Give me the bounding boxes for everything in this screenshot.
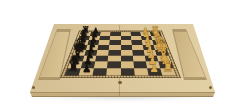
white-rook[interactable]: ♜ xyxy=(162,60,174,73)
white-pawn[interactable]: ♟ xyxy=(150,63,159,74)
chess-set-photo: ♜♟♟♜♞♟♟♞♝♟♟♝♛♟♟♛♚♟♟♚♝♟♟♝♞♟♟♞♜♟♟♜ xyxy=(0,0,240,106)
black-pawn[interactable]: ♟ xyxy=(82,63,91,74)
black-rook[interactable]: ♜ xyxy=(67,60,79,73)
pieces-layer: ♜♟♟♜♞♟♟♞♝♟♟♝♛♟♟♛♚♟♟♚♝♟♟♝♞♟♟♞♜♟♟♜ xyxy=(0,0,240,106)
